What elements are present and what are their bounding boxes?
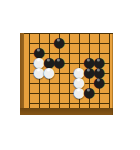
intersection[interactable] <box>24 58 34 68</box>
intersection[interactable]: ● <box>94 78 104 88</box>
intersection[interactable] <box>74 28 84 38</box>
intersection[interactable] <box>64 88 74 98</box>
intersection[interactable] <box>74 98 84 108</box>
intersection[interactable] <box>24 78 34 88</box>
intersection[interactable] <box>84 38 94 48</box>
intersection[interactable] <box>54 28 64 38</box>
intersection[interactable]: ● <box>84 88 94 98</box>
intersection[interactable] <box>54 68 64 78</box>
intersection[interactable]: ● <box>44 68 54 78</box>
intersection[interactable] <box>74 48 84 58</box>
intersection[interactable] <box>94 98 104 108</box>
intersection[interactable] <box>24 68 34 78</box>
intersection[interactable] <box>34 88 44 98</box>
board-bottom-bevel <box>20 108 113 115</box>
intersection[interactable]: ● <box>74 88 84 98</box>
intersection[interactable]: ● <box>34 68 44 78</box>
intersection[interactable]: ● <box>54 58 64 68</box>
intersection[interactable] <box>64 68 74 78</box>
intersection[interactable]: ● <box>84 58 94 68</box>
intersection[interactable]: ● <box>34 48 44 58</box>
intersection[interactable] <box>64 98 74 108</box>
intersection[interactable] <box>94 48 104 58</box>
intersection[interactable] <box>54 78 64 88</box>
intersection[interactable] <box>24 88 34 98</box>
intersection[interactable]: ● <box>74 78 84 88</box>
go-board: ●●●●●●●●●●●●●●●● <box>20 33 113 115</box>
intersection[interactable] <box>34 38 44 48</box>
intersection[interactable]: ● <box>94 68 104 78</box>
intersection[interactable] <box>44 38 54 48</box>
intersection[interactable] <box>94 38 104 48</box>
intersection[interactable]: ● <box>94 58 104 68</box>
intersection[interactable] <box>64 28 74 38</box>
stone-grid: ●●●●●●●●●●●●●●●● <box>24 28 114 118</box>
intersection[interactable] <box>24 48 34 58</box>
intersection[interactable] <box>44 48 54 58</box>
intersection[interactable] <box>94 28 104 38</box>
intersection[interactable] <box>84 48 94 58</box>
intersection[interactable] <box>64 58 74 68</box>
intersection[interactable] <box>74 38 84 48</box>
intersection[interactable] <box>74 58 84 68</box>
screenshot-canvas: { "game": "go", "board": { "size": 9, "b… <box>0 0 140 150</box>
intersection[interactable] <box>94 88 104 98</box>
intersection[interactable] <box>24 38 34 48</box>
intersection[interactable] <box>34 78 44 88</box>
intersection[interactable] <box>24 98 34 108</box>
intersection[interactable]: ● <box>34 58 44 68</box>
intersection[interactable] <box>64 38 74 48</box>
intersection[interactable]: ● <box>74 68 84 78</box>
board-left-bevel <box>20 33 24 115</box>
intersection[interactable] <box>34 98 44 108</box>
intersection[interactable] <box>54 98 64 108</box>
intersection[interactable] <box>54 48 64 58</box>
intersection[interactable] <box>24 28 34 38</box>
intersection[interactable] <box>54 88 64 98</box>
intersection[interactable] <box>34 28 44 38</box>
intersection[interactable] <box>44 88 54 98</box>
intersection[interactable] <box>44 98 54 108</box>
intersection[interactable] <box>84 78 94 88</box>
intersection[interactable] <box>64 78 74 88</box>
intersection[interactable] <box>44 28 54 38</box>
intersection[interactable] <box>44 78 54 88</box>
intersection[interactable] <box>84 98 94 108</box>
board-right-edge <box>112 33 113 115</box>
intersection[interactable]: ● <box>44 58 54 68</box>
intersection[interactable] <box>84 28 94 38</box>
intersection[interactable]: ● <box>84 68 94 78</box>
intersection[interactable] <box>64 48 74 58</box>
intersection[interactable]: ● <box>54 38 64 48</box>
